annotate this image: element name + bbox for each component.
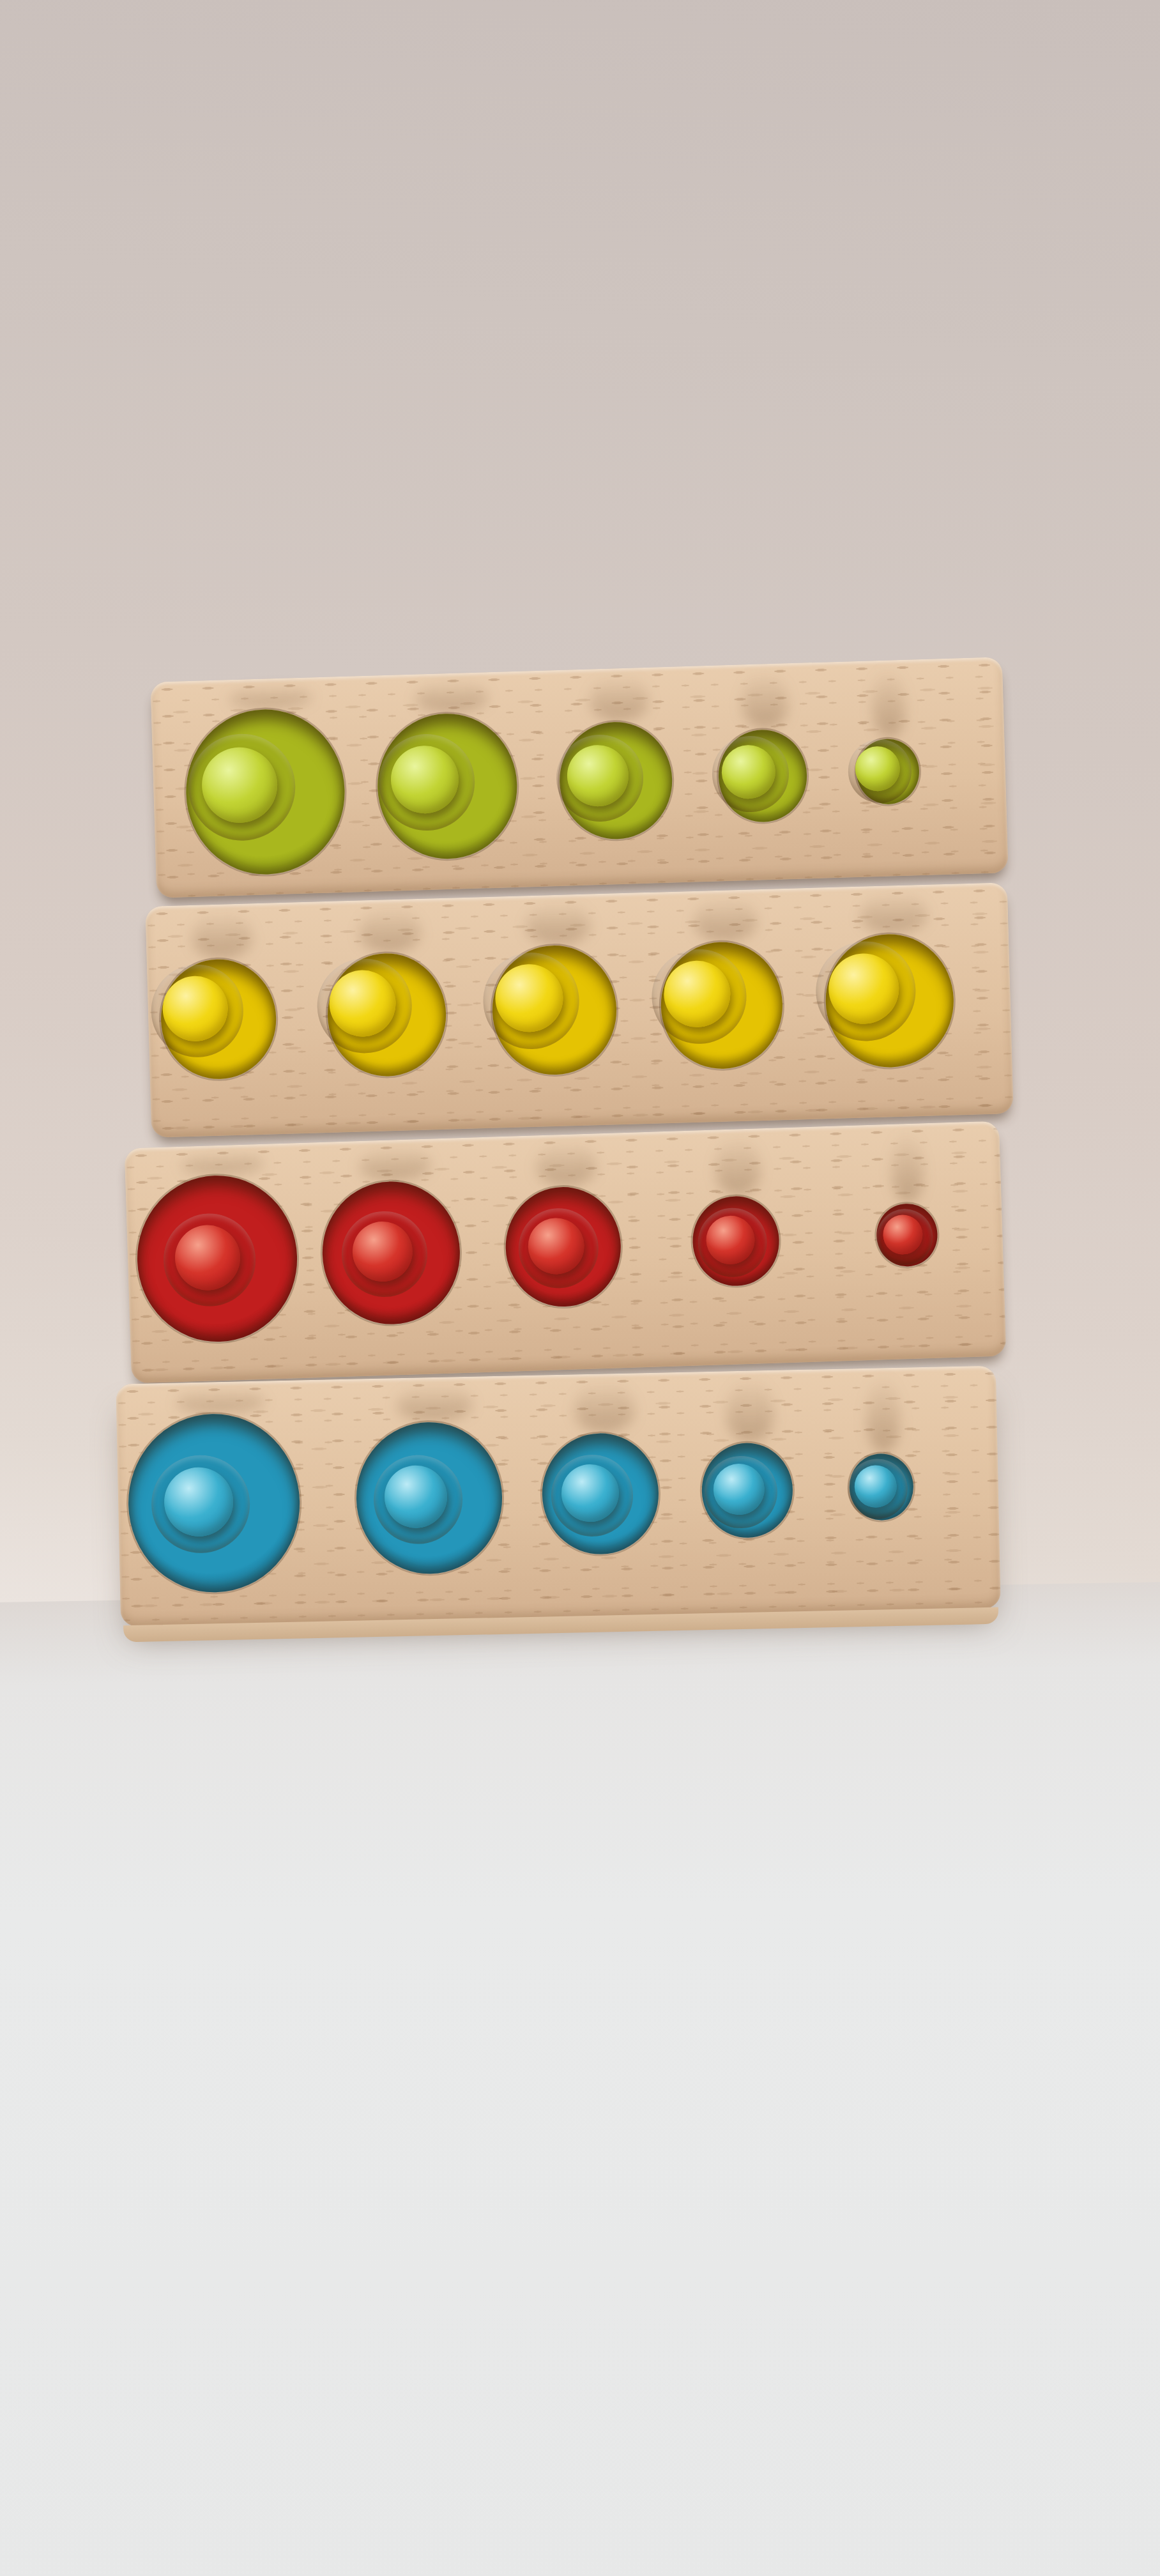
knob-cast-shadow-red-5	[890, 1130, 924, 1202]
knob-cast-shadow-yellow-4	[693, 896, 758, 942]
block-blue	[116, 1366, 1001, 1627]
block-yellow	[145, 882, 1014, 1138]
cylinder-yellow-2-socket	[326, 951, 447, 1077]
block-green	[150, 657, 1008, 898]
knob-cast-shadow-green-3	[589, 674, 649, 722]
cylinder-red-5-socket	[875, 1202, 938, 1268]
cylinder-green-3-socket	[558, 721, 673, 841]
knob-cast-shadow-red-2	[359, 1146, 431, 1181]
knob-cast-shadow-yellow-1	[192, 910, 253, 959]
knob-cast-shadow-green-2	[415, 678, 489, 713]
cylinder-green-1-socket	[184, 707, 347, 877]
cylinder-blue-3-socket	[541, 1432, 660, 1556]
cylinder-yellow-4-socket	[659, 940, 784, 1070]
cylinder-green-2-socket	[376, 712, 519, 861]
cylinder-red-4-socket	[691, 1195, 780, 1287]
knob-cast-shadow-blue-5	[866, 1374, 901, 1453]
knob-cast-shadow-green-1	[229, 684, 312, 709]
knob-cast-shadow-blue-4	[726, 1377, 774, 1443]
cylinder-blue-2-socket	[355, 1421, 504, 1575]
cylinder-yellow-1-socket	[160, 958, 278, 1080]
cylinder-blue-5-socket	[849, 1453, 914, 1521]
cylinder-green-5-socket	[855, 738, 920, 805]
photo-of-cylinder-blocks: { "game": "Montessori knobbed cylinder b…	[0, 0, 1160, 2576]
knob-cast-shadow-blue-2	[396, 1383, 473, 1422]
knob-cast-shadow-yellow-2	[358, 905, 421, 953]
knob-cast-shadow-green-4	[741, 670, 788, 729]
knob-cast-shadow-red-1	[180, 1151, 264, 1176]
knob-cast-shadow-yellow-3	[526, 900, 591, 945]
knob-cast-shadow-blue-3	[574, 1379, 635, 1432]
cylinder-red-2-socket	[320, 1179, 462, 1326]
knob-cast-shadow-blue-1	[176, 1388, 265, 1414]
cylinder-green-4-socket	[717, 728, 808, 823]
cylinder-red-1-socket	[135, 1173, 300, 1344]
knob-cast-shadow-red-4	[714, 1135, 761, 1195]
table-surface	[0, 1581, 1160, 2576]
knob-cast-shadow-red-3	[536, 1140, 597, 1186]
knob-cast-shadow-green-5	[871, 666, 906, 738]
cylinder-blue-4-socket	[701, 1442, 793, 1538]
block-red	[125, 1121, 1007, 1384]
cylinder-yellow-3-socket	[491, 944, 618, 1076]
cylinder-blue-1-socket	[126, 1413, 301, 1594]
cylinder-red-3-socket	[504, 1185, 623, 1308]
cylinder-yellow-5-socket	[824, 933, 956, 1069]
knob-cast-shadow-yellow-5	[860, 891, 927, 934]
